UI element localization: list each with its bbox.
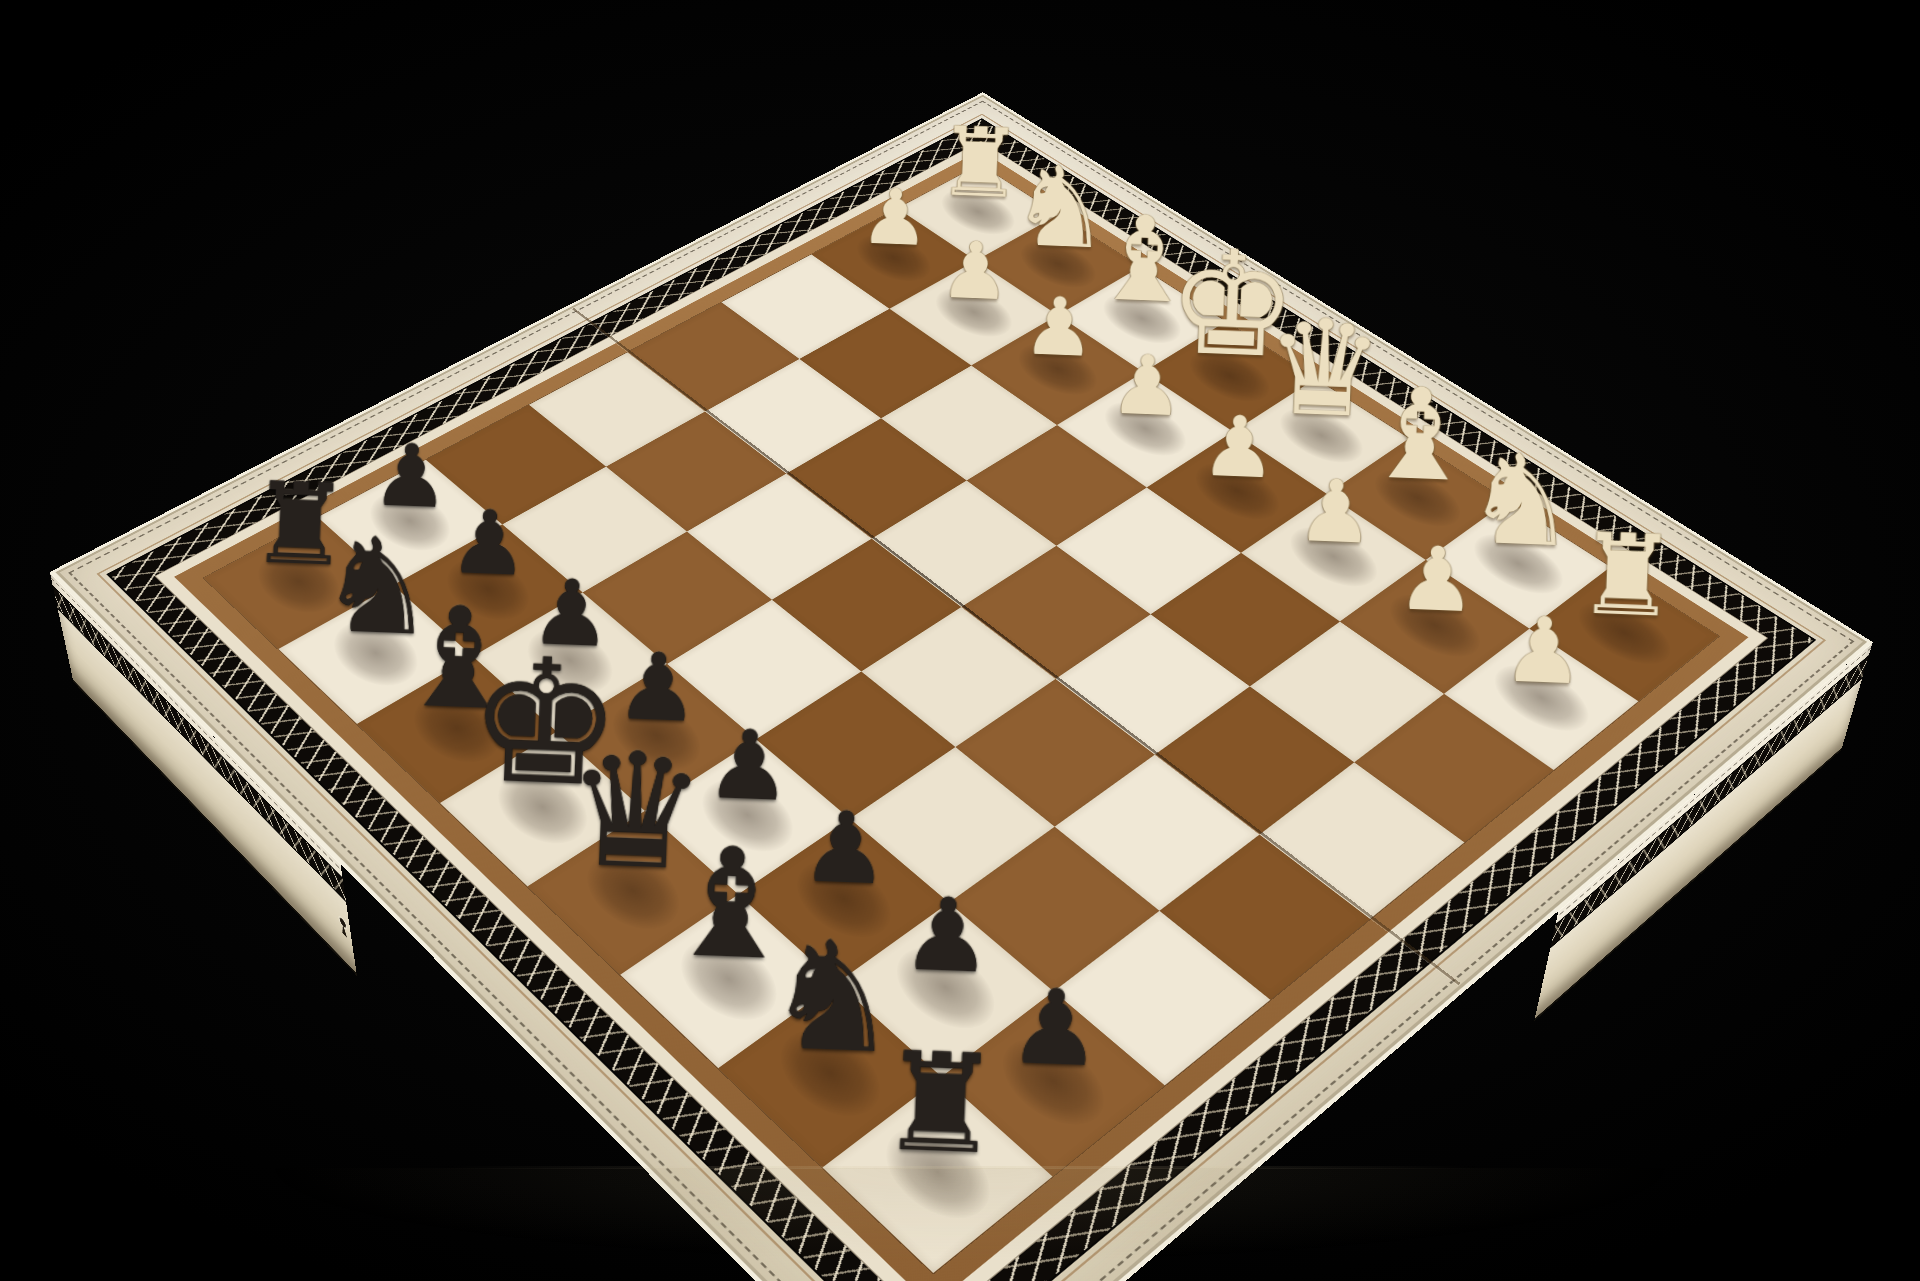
black-pawn[interactable]: ♟ <box>800 797 892 898</box>
black-pawn[interactable]: ♟ <box>1007 974 1104 1081</box>
white-rook[interactable]: ♜ <box>1575 517 1680 633</box>
hinge-seam <box>1443 991 1465 1099</box>
white-pawn[interactable]: ♟ <box>1200 403 1278 490</box>
black-pawn[interactable]: ♟ <box>900 883 994 987</box>
white-knight[interactable]: ♞ <box>1463 435 1580 564</box>
reflection <box>180 1168 1760 1281</box>
white-pawn[interactable]: ♟ <box>1396 533 1478 624</box>
black-pawn[interactable]: ♟ <box>371 431 451 520</box>
camera-tilt: ♜♞♝♚♛♝♞♜♟♟♟♟♟♟♟♟♟♟♟♟♟♟♟♟♜♞♝♚♛♝♞♜ <box>0 0 1920 1281</box>
chess-box: ♜♞♝♚♛♝♞♜♟♟♟♟♟♟♟♟♟♟♟♟♟♟♟♟♜♞♝♚♛♝♞♜ <box>50 92 1873 1281</box>
keyhole-icon <box>337 913 351 944</box>
white-pawn[interactable]: ♟ <box>1502 604 1586 697</box>
black-pawn[interactable]: ♟ <box>704 716 793 815</box>
white-pawn[interactable]: ♟ <box>1295 467 1375 556</box>
board-grid: ♜♞♝♚♛♝♞♜♟♟♟♟♟♟♟♟♟♟♟♟♟♟♟♟♜♞♝♚♛♝♞♜ <box>202 164 1720 1275</box>
white-pawn[interactable]: ♟ <box>939 230 1012 311</box>
scene: ♜♞♝♚♛♝♞♜♟♟♟♟♟♟♟♟♟♟♟♟♟♟♟♟♜♞♝♚♛♝♞♜ <box>0 0 1920 1281</box>
black-rook[interactable]: ♜ <box>877 1033 1004 1174</box>
board-top: ♜♞♝♚♛♝♞♜♟♟♟♟♟♟♟♟♟♟♟♟♟♟♟♟♜♞♝♚♛♝♞♜ <box>50 92 1873 1281</box>
black-pawn[interactable]: ♟ <box>448 497 530 588</box>
white-pawn[interactable]: ♟ <box>1022 285 1097 368</box>
white-bishop[interactable]: ♝ <box>1361 369 1479 499</box>
white-pawn[interactable]: ♟ <box>859 177 930 256</box>
white-pawn[interactable]: ♟ <box>1109 343 1186 428</box>
reflection-highlight <box>440 1166 1480 1169</box>
stage: ♜♞♝♚♛♝♞♜♟♟♟♟♟♟♟♟♟♟♟♟♟♟♟♟♜♞♝♚♛♝♞♜ <box>0 0 1920 1281</box>
